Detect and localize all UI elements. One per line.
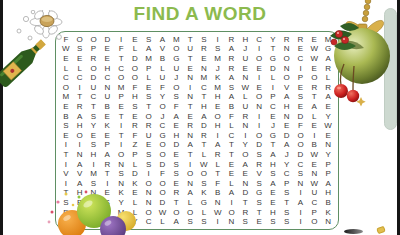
grid-cell[interactable]: U	[142, 131, 156, 141]
grid-cell[interactable]: O	[225, 208, 239, 218]
grid-cell[interactable]: L	[211, 160, 225, 170]
grid-cell[interactable]: L	[73, 64, 87, 74]
grid-cell[interactable]: S	[87, 112, 101, 122]
grid-cell[interactable]: G	[169, 54, 183, 64]
grid-cell[interactable]: S	[128, 102, 142, 112]
grid-cell[interactable]: I	[59, 141, 73, 151]
grid-cell[interactable]: K	[100, 121, 114, 131]
grid-cell[interactable]: Y	[321, 150, 335, 160]
grid-cell[interactable]: J	[280, 150, 294, 160]
grid-cell[interactable]: H	[211, 93, 225, 103]
grid-cell[interactable]: Y	[280, 160, 294, 170]
grid-cell[interactable]: E	[169, 121, 183, 131]
grid-cell[interactable]: P	[142, 64, 156, 74]
grid-cell[interactable]: O	[252, 54, 266, 64]
grid-cell[interactable]: E	[307, 160, 321, 170]
grid-cell[interactable]: Y	[114, 198, 128, 208]
grid-cell[interactable]: T	[266, 45, 280, 55]
grid-cell[interactable]: L	[142, 73, 156, 83]
grid-cell[interactable]: T	[183, 35, 197, 45]
grid-cell[interactable]: A	[142, 45, 156, 55]
grid-cell[interactable]: T	[197, 93, 211, 103]
grid-cell[interactable]: O	[183, 169, 197, 179]
grid-cell[interactable]: L	[156, 64, 170, 74]
grid-cell[interactable]: S	[211, 45, 225, 55]
grid-cell[interactable]: N	[100, 83, 114, 93]
grid-cell[interactable]: I	[294, 64, 308, 74]
grid-cell[interactable]: E	[183, 64, 197, 74]
grid-cell[interactable]: T	[169, 198, 183, 208]
grid-cell[interactable]: R	[321, 83, 335, 93]
grid-cell[interactable]: I	[114, 141, 128, 151]
grid-cell[interactable]: I	[100, 179, 114, 189]
grid-cell[interactable]: L	[59, 64, 73, 74]
grid-cell[interactable]: Y	[238, 141, 252, 151]
grid-cell[interactable]: H	[73, 189, 87, 199]
grid-cell[interactable]: O	[156, 179, 170, 189]
grid-cell[interactable]: F	[156, 83, 170, 93]
grid-cell[interactable]: G	[266, 54, 280, 64]
grid-cell[interactable]: N	[183, 93, 197, 103]
grid-cell[interactable]: O	[169, 83, 183, 93]
grid-cell[interactable]: B	[307, 141, 321, 151]
grid-cell[interactable]: E	[73, 54, 87, 64]
grid-cell[interactable]: E	[294, 45, 308, 55]
grid-cell[interactable]: S	[238, 217, 252, 227]
grid-cell[interactable]: T	[59, 150, 73, 160]
grid-cell[interactable]: E	[100, 189, 114, 199]
grid-cell[interactable]: J	[169, 73, 183, 83]
grid-cell[interactable]: O	[114, 150, 128, 160]
grid-cell[interactable]: S	[266, 169, 280, 179]
grid-cell[interactable]: E	[100, 131, 114, 141]
grid-cell[interactable]: E	[238, 64, 252, 74]
grid-cell[interactable]: W	[238, 83, 252, 93]
grid-cell[interactable]: B	[211, 189, 225, 199]
grid-cell[interactable]: E	[128, 112, 142, 122]
grid-cell[interactable]: W	[307, 150, 321, 160]
grid-cell[interactable]: B	[73, 198, 87, 208]
grid-cell[interactable]: E	[266, 189, 280, 199]
grid-cell[interactable]: N	[211, 198, 225, 208]
grid-cell[interactable]: H	[197, 102, 211, 112]
grid-cell[interactable]: R	[73, 102, 87, 112]
grid-cell[interactable]: W	[307, 45, 321, 55]
grid-cell[interactable]: R	[252, 160, 266, 170]
grid-cell[interactable]: N	[238, 179, 252, 189]
grid-cell[interactable]: T	[183, 54, 197, 64]
grid-cell[interactable]: O	[211, 112, 225, 122]
grid-cell[interactable]: C	[73, 73, 87, 83]
grid-cell[interactable]: H	[238, 35, 252, 45]
grid-cell[interactable]: A	[87, 208, 101, 218]
grid-cell[interactable]: S	[225, 83, 239, 93]
grid-cell[interactable]: S	[183, 217, 197, 227]
grid-cell[interactable]: H	[211, 121, 225, 131]
grid-cell[interactable]: E	[211, 102, 225, 112]
grid-cell[interactable]: A	[73, 160, 87, 170]
grid-cell[interactable]: N	[252, 102, 266, 112]
grid-cell[interactable]: T	[114, 131, 128, 141]
grid-cell[interactable]: I	[238, 131, 252, 141]
grid-cell[interactable]: A	[225, 93, 239, 103]
grid-cell[interactable]: T	[225, 141, 239, 151]
grid-cell[interactable]: L	[197, 150, 211, 160]
grid-cell[interactable]: T	[252, 208, 266, 218]
grid-cell[interactable]: N	[225, 217, 239, 227]
grid-cell[interactable]: N	[280, 45, 294, 55]
grid-cell[interactable]: A	[307, 102, 321, 112]
grid-cell[interactable]: R	[197, 131, 211, 141]
grid-cell[interactable]: O	[252, 93, 266, 103]
grid-cell[interactable]: E	[59, 54, 73, 64]
grid-cell[interactable]: E	[128, 189, 142, 199]
grid-cell[interactable]: N	[307, 169, 321, 179]
grid-cell[interactable]: O	[59, 83, 73, 93]
grid-cell[interactable]: F	[128, 131, 142, 141]
grid-cell[interactable]: I	[252, 73, 266, 83]
grid-cell[interactable]: H	[266, 208, 280, 218]
grid-cell[interactable]: E	[197, 54, 211, 64]
grid-cell[interactable]: E	[142, 141, 156, 151]
grid-cell[interactable]: M	[114, 208, 128, 218]
grid-cell[interactable]: U	[169, 64, 183, 74]
grid-cell[interactable]: O	[73, 35, 87, 45]
grid-cell[interactable]: E	[87, 131, 101, 141]
grid-cell[interactable]: K	[211, 73, 225, 83]
grid-cell[interactable]: B	[225, 102, 239, 112]
grid-cell[interactable]: S	[252, 150, 266, 160]
grid-cell[interactable]: C	[59, 73, 73, 83]
grid-cell[interactable]: A	[169, 217, 183, 227]
grid-cell[interactable]: T	[142, 102, 156, 112]
grid-cell[interactable]: I	[73, 141, 87, 151]
grid-cell[interactable]: A	[294, 198, 308, 208]
grid-cell[interactable]: S	[87, 141, 101, 151]
grid-cell[interactable]: S	[142, 160, 156, 170]
grid-cell[interactable]: E	[280, 121, 294, 131]
grid-cell[interactable]: O	[156, 102, 170, 112]
grid-cell[interactable]: P	[87, 45, 101, 55]
grid-cell[interactable]: N	[114, 179, 128, 189]
grid-cell[interactable]: H	[169, 131, 183, 141]
grid-cell[interactable]: E	[321, 131, 335, 141]
grid-cell[interactable]: A	[321, 54, 335, 64]
grid-cell[interactable]: I	[266, 83, 280, 93]
grid-cell[interactable]: G	[197, 198, 211, 208]
grid-cell[interactable]: C	[114, 64, 128, 74]
grid-cell[interactable]: E	[252, 83, 266, 93]
grid-cell[interactable]: S	[169, 160, 183, 170]
grid-cell[interactable]: J	[266, 121, 280, 131]
grid-cell[interactable]: S	[73, 45, 87, 55]
grid-cell[interactable]: E	[252, 217, 266, 227]
grid-cell[interactable]: R	[225, 54, 239, 64]
grid-cell[interactable]: U	[238, 54, 252, 64]
grid-cell[interactable]: D	[156, 198, 170, 208]
grid-cell[interactable]: S	[197, 217, 211, 227]
grid-cell[interactable]: T	[225, 150, 239, 160]
grid-cell[interactable]: R	[225, 64, 239, 74]
grid-cell[interactable]: P	[321, 169, 335, 179]
grid-cell[interactable]: C	[87, 93, 101, 103]
grid-cell[interactable]: C	[294, 54, 308, 64]
grid-cell[interactable]: E	[59, 102, 73, 112]
grid-cell[interactable]: W	[59, 45, 73, 55]
grid-cell[interactable]: O	[252, 131, 266, 141]
grid-cell[interactable]: S	[100, 198, 114, 208]
grid-cell[interactable]: H	[87, 150, 101, 160]
grid-cell[interactable]: L	[266, 73, 280, 83]
grid-cell[interactable]: U	[238, 102, 252, 112]
grid-cell[interactable]: O	[128, 73, 142, 83]
grid-cell[interactable]: O	[156, 150, 170, 160]
grid-cell[interactable]: C	[252, 35, 266, 45]
grid-cell[interactable]: P	[128, 150, 142, 160]
grid-cell[interactable]: M	[211, 83, 225, 93]
grid-cell[interactable]: L	[197, 208, 211, 218]
grid-cell[interactable]: D	[280, 131, 294, 141]
grid-cell[interactable]: O	[280, 73, 294, 83]
grid-cell[interactable]: E	[307, 64, 321, 74]
grid-cell[interactable]: Y	[87, 121, 101, 131]
grid-cell[interactable]: N	[280, 112, 294, 122]
grid-cell[interactable]: R	[238, 112, 252, 122]
grid-cell[interactable]: S	[169, 93, 183, 103]
grid-cell[interactable]: H	[321, 189, 335, 199]
grid-cell[interactable]: P	[280, 179, 294, 189]
grid-cell[interactable]: E	[114, 102, 128, 112]
grid-cell[interactable]: O	[238, 150, 252, 160]
grid-cell[interactable]: I	[252, 112, 266, 122]
grid-cell[interactable]: J	[238, 45, 252, 55]
grid-cell[interactable]: W	[307, 54, 321, 64]
grid-cell[interactable]: L	[128, 198, 142, 208]
grid-cell[interactable]: N	[73, 150, 87, 160]
grid-cell[interactable]: E	[100, 45, 114, 55]
grid-cell[interactable]: R	[197, 45, 211, 55]
grid-cell[interactable]: P	[321, 160, 335, 170]
grid-cell[interactable]: U	[183, 45, 197, 55]
grid-cell[interactable]: S	[266, 217, 280, 227]
grid-cell[interactable]: A	[321, 93, 335, 103]
grid-cell[interactable]: V	[280, 83, 294, 93]
grid-cell[interactable]: L	[225, 179, 239, 189]
grid-cell[interactable]: C	[280, 169, 294, 179]
grid-cell[interactable]: U	[87, 83, 101, 93]
grid-cell[interactable]: R	[169, 189, 183, 199]
grid-cell[interactable]: S	[142, 93, 156, 103]
grid-cell[interactable]: U	[100, 208, 114, 218]
grid-cell[interactable]: P	[307, 208, 321, 218]
grid-cell[interactable]: I	[252, 121, 266, 131]
grid-cell[interactable]: R	[307, 83, 321, 93]
grid-cell[interactable]: C	[307, 198, 321, 208]
grid-cell[interactable]: C	[100, 73, 114, 83]
grid-cell[interactable]: B	[59, 112, 73, 122]
grid-cell[interactable]: S	[294, 169, 308, 179]
grid-cell[interactable]: N	[197, 64, 211, 74]
grid-cell[interactable]: W	[197, 160, 211, 170]
grid-cell[interactable]: M	[87, 217, 101, 227]
grid-cell[interactable]: E	[266, 112, 280, 122]
grid-cell[interactable]: E	[307, 35, 321, 45]
grid-cell[interactable]: S	[252, 198, 266, 208]
grid-cell[interactable]: E	[59, 208, 73, 218]
grid-cell[interactable]: A	[183, 141, 197, 151]
grid-cell[interactable]: D	[197, 121, 211, 131]
grid-cell[interactable]: O	[307, 73, 321, 83]
grid-cell[interactable]: N	[142, 198, 156, 208]
grid-cell[interactable]: A	[211, 141, 225, 151]
grid-cell[interactable]: S	[197, 35, 211, 45]
grid-cell[interactable]: S	[87, 179, 101, 189]
grid-cell[interactable]: E	[100, 112, 114, 122]
grid-cell[interactable]: N	[183, 179, 197, 189]
grid-cell[interactable]: R	[73, 208, 87, 218]
grid-cell[interactable]: P	[294, 73, 308, 83]
grid-cell[interactable]: O	[142, 179, 156, 189]
grid-cell[interactable]: G	[321, 45, 335, 55]
grid-cell[interactable]: E	[183, 112, 197, 122]
grid-cell[interactable]: C	[197, 83, 211, 93]
grid-cell[interactable]: E	[321, 102, 335, 112]
grid-cell[interactable]: R	[294, 35, 308, 45]
grid-cell[interactable]: F	[114, 45, 128, 55]
grid-cell[interactable]: O	[294, 141, 308, 151]
grid-cell[interactable]: I	[87, 198, 101, 208]
grid-cell[interactable]: T	[183, 150, 197, 160]
grid-cell[interactable]: S	[280, 217, 294, 227]
grid-cell[interactable]: K	[128, 179, 142, 189]
grid-cell[interactable]: H	[266, 160, 280, 170]
grid-cell[interactable]: D	[128, 54, 142, 64]
grid-cell[interactable]: S	[197, 179, 211, 189]
grid-cell[interactable]: A	[266, 179, 280, 189]
grid-cell[interactable]: I	[73, 83, 87, 93]
grid-cell[interactable]: F	[59, 35, 73, 45]
grid-cell[interactable]: O	[114, 73, 128, 83]
grid-cell[interactable]: A	[73, 179, 87, 189]
grid-cell[interactable]: C	[225, 131, 239, 141]
grid-cell[interactable]: S	[169, 169, 183, 179]
grid-cell[interactable]: M	[197, 73, 211, 83]
grid-cell[interactable]: A	[280, 141, 294, 151]
grid-cell[interactable]: L	[225, 121, 239, 131]
grid-cell[interactable]: I	[294, 208, 308, 218]
grid-cell[interactable]: Y	[266, 35, 280, 45]
grid-cell[interactable]: A	[280, 93, 294, 103]
grid-cell[interactable]: R	[142, 121, 156, 131]
grid-cell[interactable]: N	[142, 189, 156, 199]
grid-cell[interactable]: O	[142, 208, 156, 218]
grid-cell[interactable]: E	[169, 150, 183, 160]
grid-cell[interactable]: R	[211, 150, 225, 160]
grid-cell[interactable]: N	[280, 64, 294, 74]
grid-cell[interactable]: T	[114, 112, 128, 122]
grid-cell[interactable]: A	[197, 112, 211, 122]
grid-cell[interactable]: B	[156, 54, 170, 64]
grid-cell[interactable]: U	[156, 73, 170, 83]
grid-cell[interactable]: O	[73, 131, 87, 141]
grid-cell[interactable]: A	[225, 45, 239, 55]
grid-cell[interactable]: E	[100, 54, 114, 64]
grid-cell[interactable]: H	[73, 121, 87, 131]
grid-cell[interactable]: D	[87, 73, 101, 83]
grid-cell[interactable]: M	[59, 93, 73, 103]
grid-cell[interactable]: Z	[128, 141, 142, 151]
grid-cell[interactable]: M	[87, 169, 101, 179]
grid-cell[interactable]: G	[266, 131, 280, 141]
grid-cell[interactable]: E	[169, 179, 183, 189]
grid-cell[interactable]: D	[294, 112, 308, 122]
grid-cell[interactable]: D	[252, 141, 266, 151]
grid-cell[interactable]: N	[87, 189, 101, 199]
grid-cell[interactable]: N	[238, 121, 252, 131]
grid-cell[interactable]: I	[87, 160, 101, 170]
grid-cell[interactable]: T	[87, 102, 101, 112]
grid-cell[interactable]: F	[169, 102, 183, 112]
grid-cell[interactable]: O	[87, 64, 101, 74]
grid-cell[interactable]: P	[114, 93, 128, 103]
grid-cell[interactable]: E	[294, 102, 308, 112]
grid-cell[interactable]: O	[183, 208, 197, 218]
grid-cell[interactable]: G	[156, 131, 170, 141]
grid-cell[interactable]: F	[211, 179, 225, 189]
grid-cell[interactable]: L	[321, 73, 335, 83]
grid-cell[interactable]: L	[183, 198, 197, 208]
grid-cell[interactable]: T	[238, 198, 252, 208]
grid-cell[interactable]: H	[128, 93, 142, 103]
grid-cell[interactable]: O	[156, 141, 170, 151]
grid-cell[interactable]: M	[169, 35, 183, 45]
grid-cell[interactable]: T	[280, 198, 294, 208]
grid-cell[interactable]: E	[294, 83, 308, 93]
grid-cell[interactable]: E	[307, 121, 321, 131]
grid-cell[interactable]: W	[321, 121, 335, 131]
grid-cell[interactable]: O	[169, 45, 183, 55]
grid-cell[interactable]: S	[280, 208, 294, 218]
grid-cell[interactable]: I	[183, 83, 197, 93]
grid-cell[interactable]: U	[100, 93, 114, 103]
grid-cell[interactable]: A	[266, 150, 280, 160]
grid-cell[interactable]: P	[266, 93, 280, 103]
grid-cell[interactable]: I	[59, 179, 73, 189]
grid-cell[interactable]: N	[294, 179, 308, 189]
grid-cell[interactable]: L	[128, 208, 142, 218]
grid-cell[interactable]: I	[142, 169, 156, 179]
grid-cell[interactable]: T	[183, 102, 197, 112]
grid-cell[interactable]: I	[114, 121, 128, 131]
grid-cell[interactable]: J	[156, 112, 170, 122]
grid-cell[interactable]: D	[156, 160, 170, 170]
grid-cell[interactable]: L	[114, 217, 128, 227]
grid-cell[interactable]: W	[211, 208, 225, 218]
grid-cell[interactable]: N	[238, 73, 252, 83]
scrollbar[interactable]	[384, 8, 397, 130]
grid-cell[interactable]: F	[59, 217, 73, 227]
grid-cell[interactable]: K	[321, 208, 335, 218]
grid-cell[interactable]: A	[100, 150, 114, 160]
grid-cell[interactable]: J	[211, 64, 225, 74]
grid-cell[interactable]: T	[100, 169, 114, 179]
grid-cell[interactable]: M	[321, 35, 335, 45]
grid-cell[interactable]: O	[156, 189, 170, 199]
grid-cell[interactable]: I	[183, 160, 197, 170]
grid-cell[interactable]: O	[307, 217, 321, 227]
grid-cell[interactable]: L	[307, 112, 321, 122]
grid-cell[interactable]: A	[183, 189, 197, 199]
